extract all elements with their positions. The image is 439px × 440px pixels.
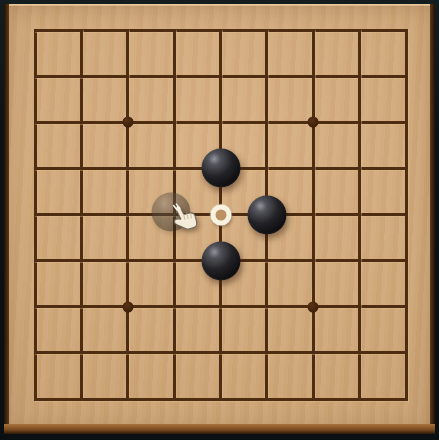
star-point — [308, 117, 319, 128]
star-point — [122, 301, 133, 312]
star-point — [122, 117, 133, 128]
grid-horizontal-line — [34, 305, 408, 308]
grid-vertical-line — [358, 29, 361, 401]
star-point — [308, 301, 319, 312]
board-play-area[interactable] — [4, 4, 435, 434]
black-stone — [201, 149, 240, 188]
black-stone — [247, 195, 286, 234]
go-board[interactable] — [4, 4, 435, 434]
grid-horizontal-line — [34, 351, 408, 354]
grid-vertical-line — [312, 29, 315, 401]
circle-marker — [210, 204, 231, 225]
grid-vertical-line — [405, 29, 408, 401]
grid-horizontal-line — [34, 398, 408, 401]
screenshot-root — [0, 0, 439, 440]
hand-pointer-cursor-icon — [168, 203, 198, 239]
black-stone — [201, 241, 240, 280]
